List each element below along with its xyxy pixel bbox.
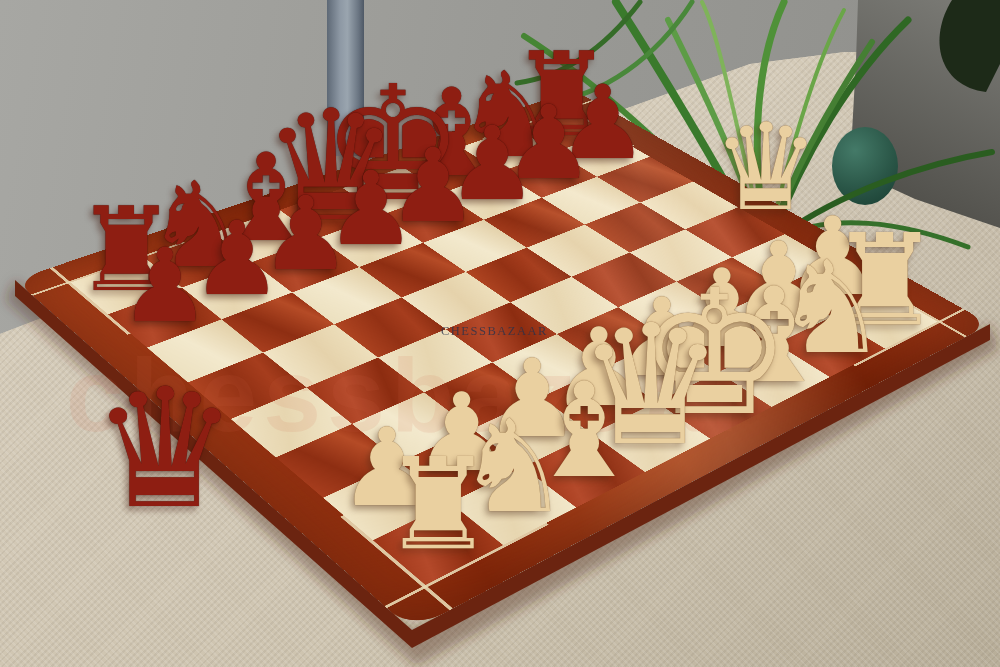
piece-red-queen-spare[interactable]: ♛ bbox=[91, 367, 239, 532]
piece-white-rook-a1[interactable]: ♜ bbox=[382, 442, 495, 568]
scene: chessbazaar CHESSBAZAAR ♜♞♝♛♚♝♞♜♟♟♟♟♟♟♟♟… bbox=[0, 0, 1000, 667]
pieces-layer: ♜♞♝♛♚♝♞♜♟♟♟♟♟♟♟♟♟♟♟♟♟♟♟♟♜♞♝♛♚♝♞♜♛♛ bbox=[0, 0, 1000, 667]
piece-red-pawn-a7[interactable]: ♟ bbox=[119, 235, 210, 337]
